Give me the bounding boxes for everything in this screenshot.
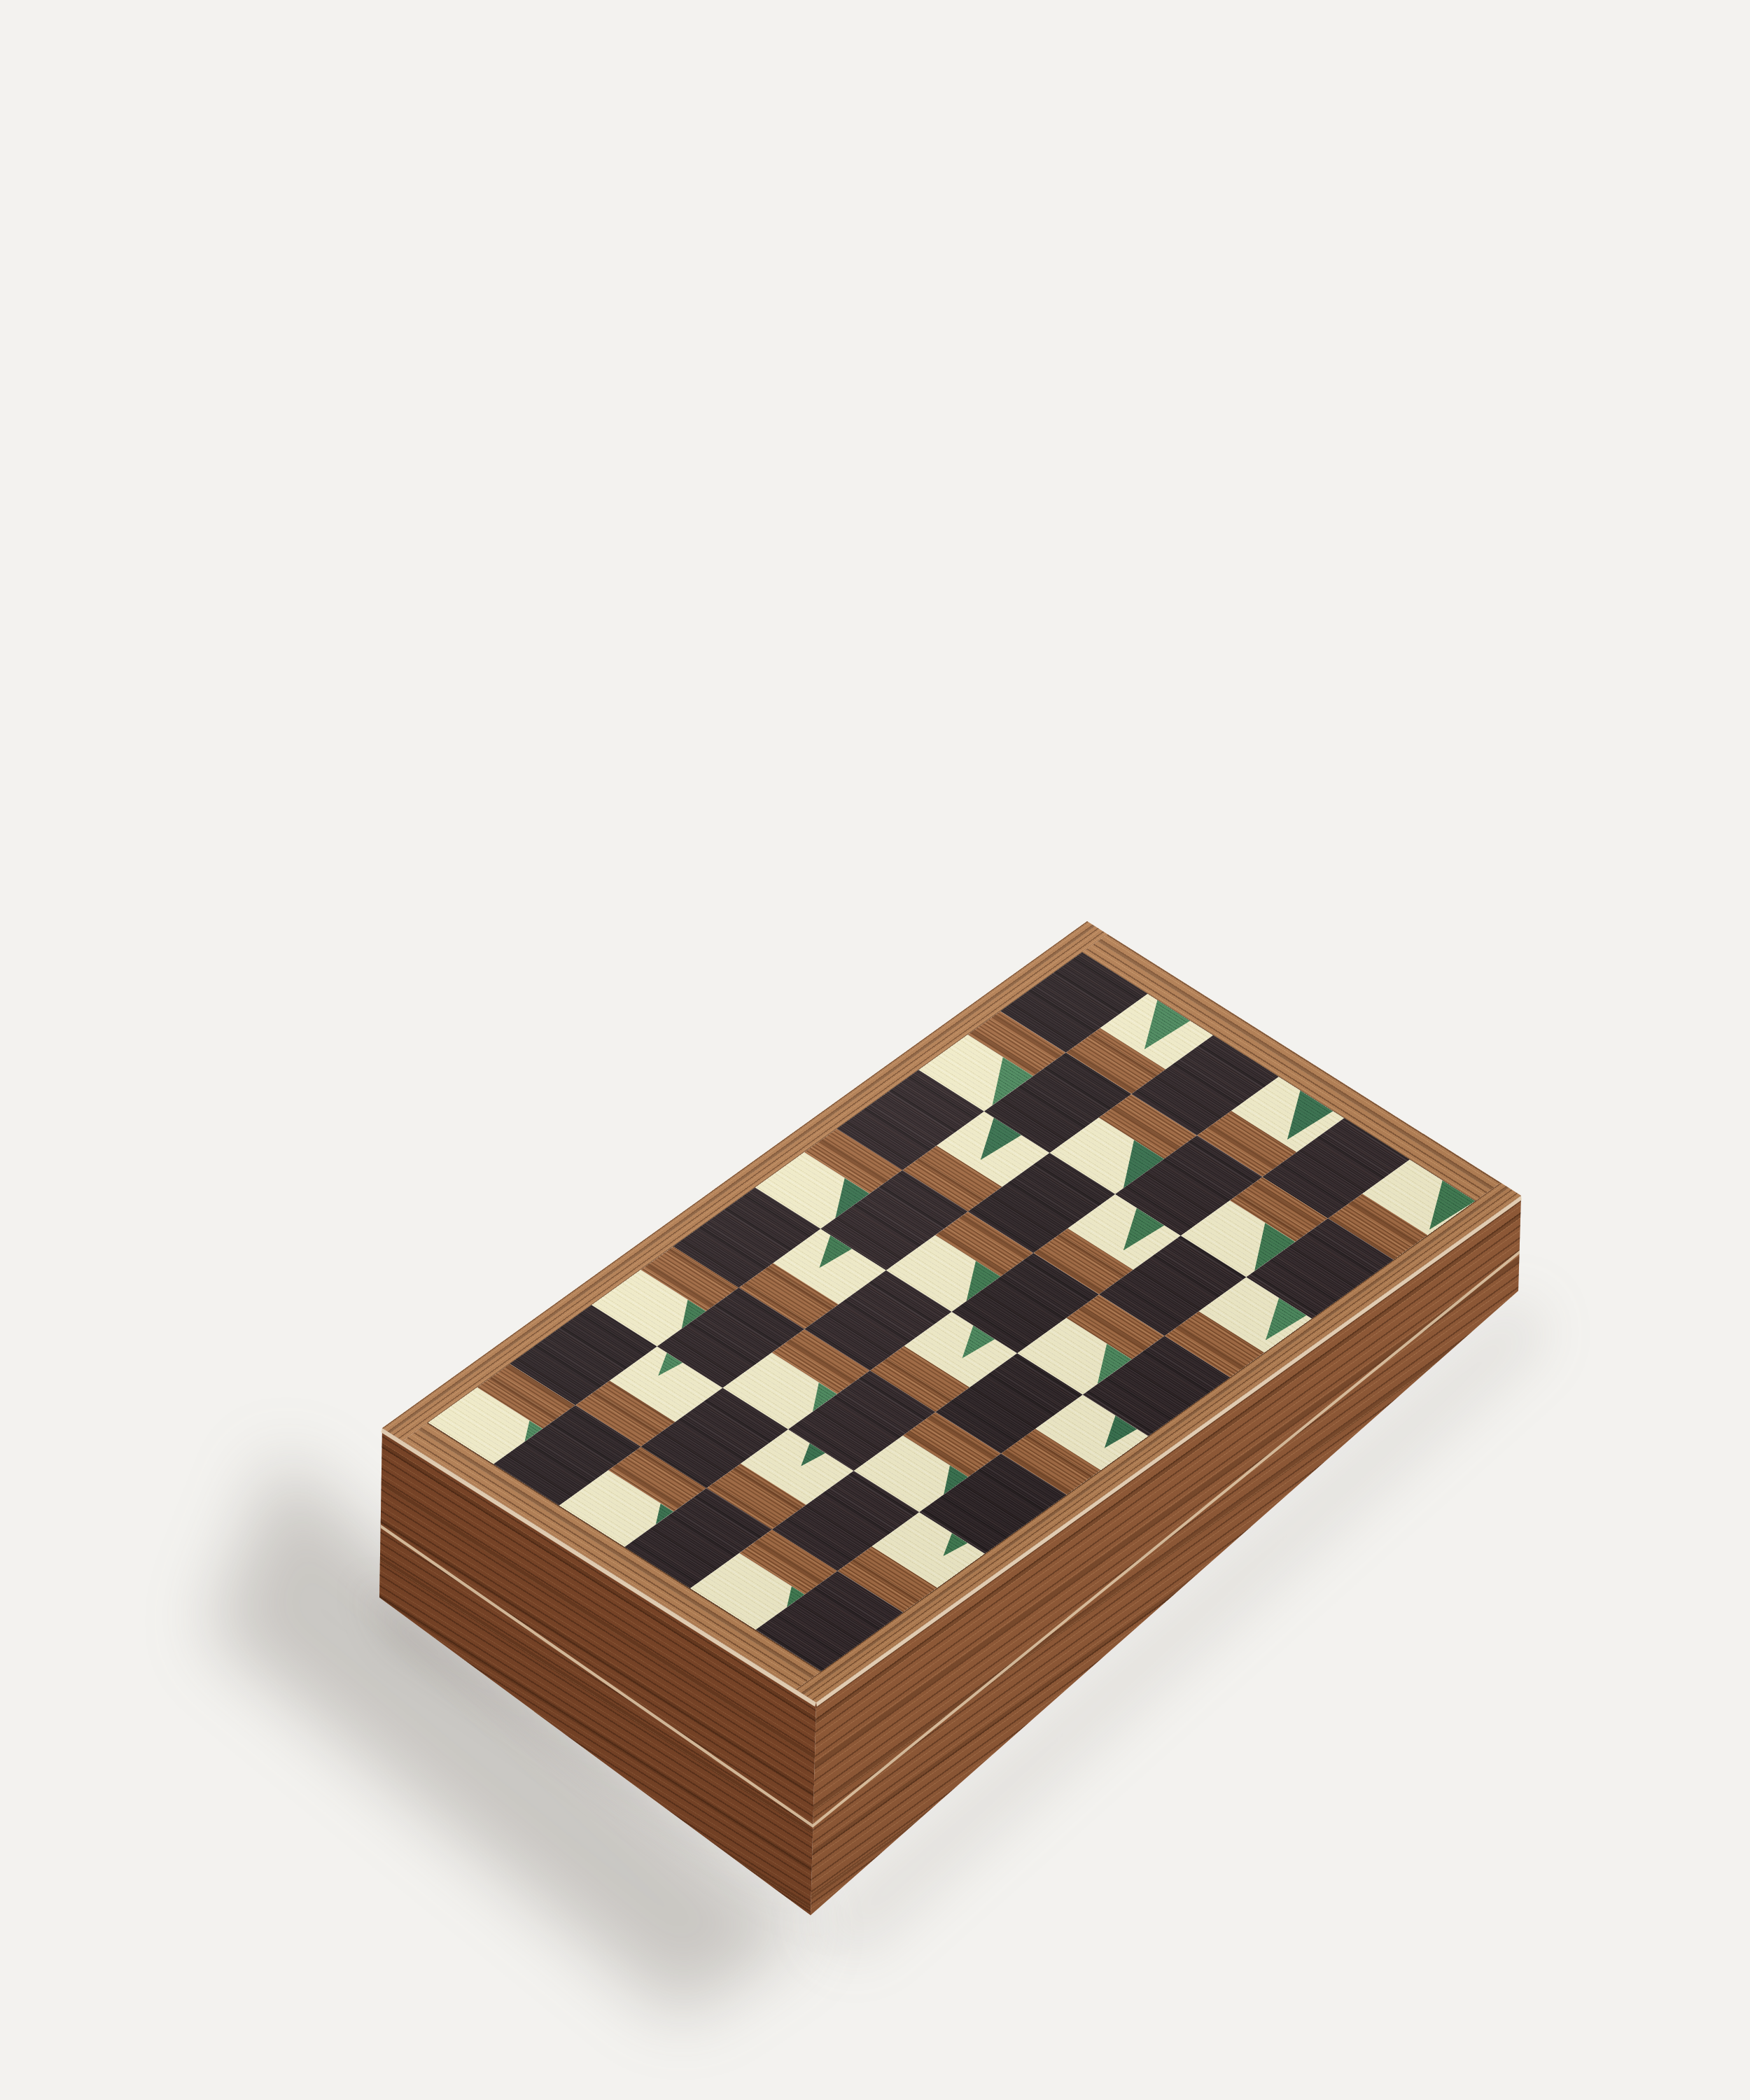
box-side-right [0, 0, 1750, 2100]
product-photo-scene [0, 0, 1750, 2100]
box-sides [0, 0, 1750, 2100]
